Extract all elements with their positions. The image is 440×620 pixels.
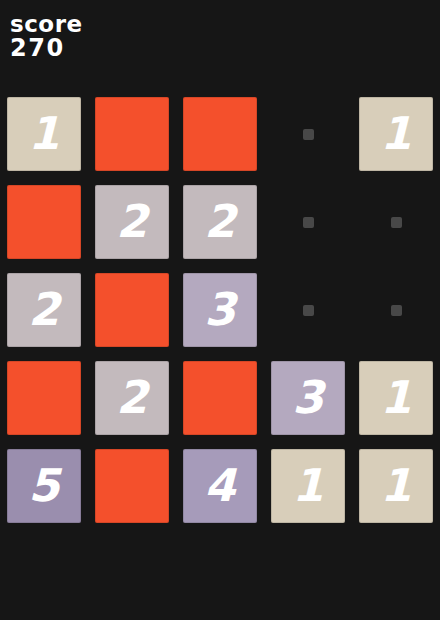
empty-cell	[271, 185, 345, 259]
empty-cell	[359, 185, 433, 259]
blocker-tile[interactable]	[183, 361, 257, 435]
tile-3[interactable]: 3	[271, 361, 345, 435]
empty-cell-dot	[303, 305, 314, 316]
blocker-tile[interactable]	[7, 185, 81, 259]
tile-3[interactable]: 3	[183, 273, 257, 347]
tile-2[interactable]: 2	[7, 273, 81, 347]
blocker-tile[interactable]	[183, 97, 257, 171]
score-label: score	[10, 13, 83, 36]
score-panel: score 270	[10, 13, 83, 60]
tile-number: 4	[204, 463, 235, 508]
tile-1[interactable]: 1	[359, 97, 433, 171]
tile-2[interactable]: 2	[183, 185, 257, 259]
puzzle-board: 1122232315411	[7, 97, 433, 523]
tile-2[interactable]: 2	[95, 185, 169, 259]
tile-number: 5	[28, 463, 59, 508]
tile-number: 3	[204, 287, 235, 332]
tile-number: 2	[116, 199, 147, 244]
tile-4[interactable]: 4	[183, 449, 257, 523]
empty-cell	[359, 273, 433, 347]
tile-number: 1	[28, 111, 59, 156]
tile-number: 1	[380, 375, 411, 420]
tile-1[interactable]: 1	[359, 449, 433, 523]
tile-number: 2	[116, 375, 147, 420]
empty-cell-dot	[391, 217, 402, 228]
tile-1[interactable]: 1	[359, 361, 433, 435]
tile-number: 1	[380, 463, 411, 508]
empty-cell-dot	[391, 305, 402, 316]
tile-5[interactable]: 5	[7, 449, 81, 523]
score-value: 270	[10, 36, 83, 60]
blocker-tile[interactable]	[95, 449, 169, 523]
tile-number: 2	[28, 287, 59, 332]
tile-number: 3	[292, 375, 323, 420]
tile-number: 1	[292, 463, 323, 508]
blocker-tile[interactable]	[95, 273, 169, 347]
tile-number: 1	[380, 111, 411, 156]
tile-number: 2	[204, 199, 235, 244]
blocker-tile[interactable]	[7, 361, 81, 435]
tile-2[interactable]: 2	[95, 361, 169, 435]
tile-1[interactable]: 1	[271, 449, 345, 523]
blocker-tile[interactable]	[95, 97, 169, 171]
empty-cell-dot	[303, 217, 314, 228]
empty-cell	[271, 273, 345, 347]
empty-cell-dot	[303, 129, 314, 140]
tile-1[interactable]: 1	[7, 97, 81, 171]
empty-cell	[271, 97, 345, 171]
